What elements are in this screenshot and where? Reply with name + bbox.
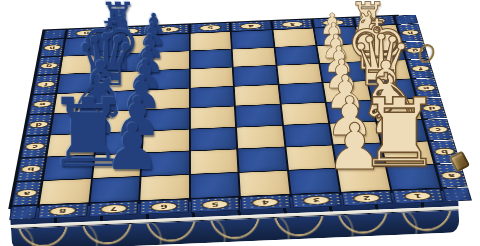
square-f3[interactable]: [277, 64, 322, 84]
right-coordinate-cell: h: [397, 24, 423, 41]
square-g5[interactable]: [190, 49, 232, 68]
front-coordinate-cell: 1: [392, 189, 444, 204]
file-letter-plaque: f: [36, 81, 55, 87]
square-d6[interactable]: [144, 108, 189, 130]
file-letter-plaque: b: [20, 165, 41, 173]
border-corner: [395, 15, 419, 24]
square-a1[interactable]: [386, 164, 439, 189]
file-letter-plaque: e: [416, 85, 436, 92]
front-coordinate-cell: 8: [37, 203, 87, 218]
front-coordinate-cell: 7: [88, 201, 138, 216]
front-coordinate-cell: 6: [140, 199, 189, 214]
right-coordinate-cell: e: [412, 78, 441, 98]
rank-number-plaque: 1: [363, 18, 385, 24]
square-d3[interactable]: [281, 103, 328, 125]
square-h5[interactable]: [190, 32, 231, 50]
left-coordinate-cell: d: [25, 114, 52, 135]
square-g1[interactable]: [360, 42, 405, 61]
chess-board: 87654321hhggffeeddccbbaa87654321: [8, 15, 448, 210]
square-e5[interactable]: [190, 87, 234, 108]
border-corner: [43, 30, 66, 40]
square-h1[interactable]: [356, 25, 400, 43]
square-c8[interactable]: [47, 133, 95, 156]
square-h3[interactable]: [273, 28, 315, 46]
square-f7[interactable]: [102, 71, 146, 91]
file-letter-plaque: a: [440, 171, 463, 179]
square-a4[interactable]: [239, 171, 289, 196]
square-d5[interactable]: [190, 106, 235, 128]
square-g8[interactable]: [60, 55, 103, 74]
square-b8[interactable]: [44, 155, 93, 179]
square-d8[interactable]: [51, 112, 98, 134]
square-b2[interactable]: [334, 143, 385, 167]
square-e7[interactable]: [100, 90, 145, 111]
rank-number-plaque: 6: [158, 26, 179, 32]
square-e3[interactable]: [279, 83, 325, 104]
rank-number-plaque: 4: [252, 198, 279, 207]
left-coordinate-cell: h: [40, 39, 64, 57]
chess-set-photo: 87654321hhggffeeddccbbaa87654321 ♜♞♝♛♚♝♞…: [0, 0, 480, 246]
square-h7[interactable]: [106, 35, 148, 53]
front-coordinate-cell: 4: [241, 195, 291, 210]
square-c5[interactable]: [190, 127, 236, 150]
left-coordinate-cell: c: [21, 135, 49, 157]
square-c6[interactable]: [143, 129, 189, 152]
square-f4[interactable]: [234, 66, 278, 86]
square-h2[interactable]: [314, 27, 357, 45]
right-coordinate-cell: f: [407, 59, 435, 78]
file-letter-plaque: c: [25, 143, 46, 150]
square-b6[interactable]: [142, 151, 189, 175]
rank-number-plaque: 2: [322, 20, 344, 26]
rank-number-plaque: 8: [76, 30, 98, 36]
file-letter-plaque: h: [43, 45, 61, 51]
square-e4[interactable]: [235, 85, 280, 106]
square-c2[interactable]: [330, 122, 379, 145]
square-f6[interactable]: [146, 69, 189, 89]
square-d1[interactable]: [372, 99, 421, 121]
rank-number-plaque: 3: [303, 196, 330, 205]
square-a3[interactable]: [288, 169, 339, 194]
square-a2[interactable]: [337, 166, 389, 191]
square-d7[interactable]: [97, 110, 143, 132]
square-e8[interactable]: [54, 92, 100, 113]
file-letter-plaque: e: [33, 101, 53, 108]
square-g2[interactable]: [317, 44, 361, 63]
file-letter-plaque: f: [411, 65, 431, 71]
left-coordinate-cell: b: [16, 157, 45, 180]
square-c1[interactable]: [377, 120, 427, 143]
square-g4[interactable]: [233, 48, 276, 67]
file-letter-plaque: c: [427, 126, 448, 133]
rank-number-plaque: 5: [199, 25, 220, 31]
square-a7[interactable]: [90, 177, 140, 203]
board-tilt-wrapper: 87654321hhggffeeddccbbaa87654321: [0, 0, 480, 246]
square-g7[interactable]: [104, 53, 147, 72]
rank-number-plaque: 7: [117, 28, 139, 34]
left-coordinate-cell: a: [12, 181, 42, 206]
file-letter-plaque: d: [422, 105, 443, 112]
square-b3[interactable]: [286, 145, 335, 169]
square-f2[interactable]: [320, 62, 366, 82]
square-a8[interactable]: [40, 179, 91, 205]
rank-number-plaque: 3: [281, 21, 303, 27]
square-h4[interactable]: [232, 30, 274, 48]
square-c3[interactable]: [284, 124, 332, 147]
rank-number-plaque: 4: [240, 23, 262, 29]
front-coordinate-cell: 2: [341, 191, 392, 206]
border-corner: [442, 187, 472, 201]
left-coordinate-cell: g: [36, 56, 61, 75]
rank-number-plaque: 1: [404, 192, 432, 201]
rank-number-plaque: 8: [49, 206, 76, 215]
square-g3[interactable]: [275, 46, 318, 65]
rank-number-plaque: 5: [202, 200, 228, 209]
right-coordinate-cell: d: [418, 98, 447, 119]
rank-number-plaque: 6: [151, 202, 177, 211]
rank-number-plaque: 7: [100, 204, 127, 213]
square-f5[interactable]: [190, 67, 233, 87]
square-e2[interactable]: [323, 81, 370, 102]
front-coordinate-cell: 3: [291, 193, 341, 208]
square-c4[interactable]: [237, 125, 284, 148]
square-b7[interactable]: [93, 153, 141, 177]
square-d4[interactable]: [236, 105, 282, 127]
square-f1[interactable]: [364, 60, 411, 80]
file-letter-plaque: h: [401, 30, 420, 36]
square-g6[interactable]: [147, 51, 189, 70]
file-letter-plaque: d: [29, 121, 49, 128]
square-h6[interactable]: [148, 34, 189, 52]
file-letter-plaque: a: [16, 189, 38, 197]
square-h8[interactable]: [63, 37, 105, 55]
square-b4[interactable]: [238, 147, 286, 171]
rank-number-plaque: 2: [353, 194, 381, 203]
square-a6[interactable]: [140, 175, 188, 201]
square-e6[interactable]: [145, 88, 189, 109]
square-b5[interactable]: [190, 149, 237, 173]
square-f8[interactable]: [57, 73, 102, 93]
border-corner: [9, 205, 37, 219]
square-c7[interactable]: [95, 131, 142, 154]
front-coordinate-cell: 5: [191, 197, 240, 212]
left-coordinate-cell: f: [33, 75, 59, 94]
file-letter-plaque: g: [40, 62, 59, 68]
right-coordinate-cell: c: [423, 119, 453, 141]
square-b1[interactable]: [381, 141, 433, 165]
left-coordinate-cell: e: [29, 94, 55, 114]
square-a5[interactable]: [190, 173, 238, 198]
square-d2[interactable]: [327, 101, 375, 123]
square-e1[interactable]: [368, 79, 416, 100]
